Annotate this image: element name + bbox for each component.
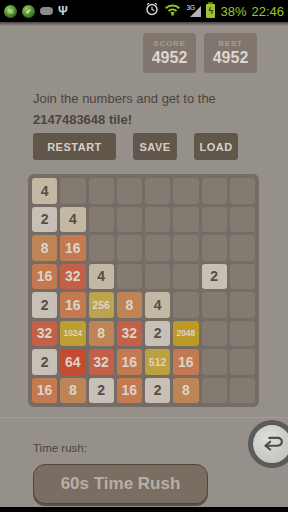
empty-cell bbox=[230, 264, 255, 290]
empty-cell bbox=[230, 178, 255, 204]
empty-cell bbox=[173, 235, 198, 261]
empty-cell bbox=[145, 264, 170, 290]
empty-cell bbox=[89, 235, 114, 261]
mail-notification-icon: ✉ bbox=[4, 5, 17, 18]
intro-goal: 2147483648 tile! bbox=[33, 112, 132, 127]
empty-cell bbox=[173, 207, 198, 233]
tile-16: 16 bbox=[117, 349, 142, 375]
tile-1024: 1024 bbox=[60, 321, 85, 347]
save-button[interactable]: SAVE bbox=[133, 133, 177, 160]
statusbar-shadow bbox=[0, 22, 288, 26]
app-notification-icon: ✔ bbox=[22, 5, 35, 18]
toolbar: RESTART SAVE LOAD bbox=[33, 133, 238, 160]
tile-16: 16 bbox=[60, 235, 85, 261]
tile-512: 512 bbox=[145, 349, 170, 375]
tile-16: 16 bbox=[60, 292, 85, 318]
tile-2: 2 bbox=[32, 349, 57, 375]
tile-4: 4 bbox=[89, 264, 114, 290]
tile-8: 8 bbox=[117, 292, 142, 318]
game-board[interactable]: 4248161632422162568432102483222048264321… bbox=[28, 174, 259, 407]
tile-32: 32 bbox=[32, 321, 57, 347]
tile-64: 64 bbox=[60, 349, 85, 375]
tile-2048: 2048 bbox=[173, 321, 198, 347]
tile-8: 8 bbox=[173, 378, 198, 404]
best-value: 4952 bbox=[213, 49, 249, 67]
empty-cell bbox=[117, 264, 142, 290]
empty-cell bbox=[202, 378, 227, 404]
empty-cell bbox=[145, 235, 170, 261]
empty-cell bbox=[202, 235, 227, 261]
usb-icon: Ψ bbox=[58, 5, 68, 17]
tile-2: 2 bbox=[32, 292, 57, 318]
empty-cell bbox=[117, 207, 142, 233]
time-rush-label: Time rush: bbox=[33, 442, 87, 454]
tile-16: 16 bbox=[32, 378, 57, 404]
tile-8: 8 bbox=[89, 321, 114, 347]
intro-text: Join the numbers and get to the 21474836… bbox=[33, 88, 272, 130]
empty-cell bbox=[202, 292, 227, 318]
alarm-icon bbox=[145, 2, 159, 20]
signal-strength-icon: 3G bbox=[186, 4, 201, 18]
empty-cell bbox=[145, 178, 170, 204]
score-value: 4952 bbox=[152, 49, 188, 67]
divider bbox=[0, 417, 288, 418]
empty-cell bbox=[89, 178, 114, 204]
tile-16: 16 bbox=[117, 378, 142, 404]
empty-cell bbox=[230, 207, 255, 233]
score-box: SCORE 4952 bbox=[143, 33, 196, 73]
tile-16: 16 bbox=[32, 264, 57, 290]
cloud-notification-icon bbox=[40, 7, 53, 15]
load-button[interactable]: LOAD bbox=[194, 133, 238, 160]
scoreboard: SCORE 4952 BEST 4952 bbox=[143, 33, 257, 73]
empty-cell bbox=[202, 321, 227, 347]
tile-256: 256 bbox=[89, 292, 114, 318]
empty-cell bbox=[230, 321, 255, 347]
wifi-icon bbox=[164, 2, 181, 20]
time-rush-button[interactable]: 60s Time Rush bbox=[33, 464, 208, 504]
tile-8: 8 bbox=[60, 378, 85, 404]
tile-2: 2 bbox=[32, 207, 57, 233]
status-bar: ✉ ✔ Ψ 3G ϟ 38% 22:46 bbox=[0, 0, 288, 22]
empty-cell bbox=[173, 292, 198, 318]
tile-32: 32 bbox=[89, 349, 114, 375]
tile-2: 2 bbox=[145, 321, 170, 347]
empty-cell bbox=[202, 349, 227, 375]
return-arrow-icon bbox=[259, 430, 285, 459]
tile-2: 2 bbox=[89, 378, 114, 404]
phone-screen: ✉ ✔ Ψ 3G ϟ 38% 22:46 bbox=[0, 0, 288, 512]
undo-fab-button[interactable] bbox=[248, 420, 288, 468]
empty-cell bbox=[230, 349, 255, 375]
intro-line1: Join the numbers and get to the bbox=[33, 91, 216, 106]
empty-cell bbox=[89, 207, 114, 233]
clock-time: 22:46 bbox=[251, 5, 284, 18]
tile-2: 2 bbox=[202, 264, 227, 290]
empty-cell bbox=[173, 264, 198, 290]
battery-charging-icon: ϟ bbox=[206, 4, 215, 18]
empty-cell bbox=[117, 235, 142, 261]
empty-cell bbox=[145, 207, 170, 233]
screen-edge bbox=[0, 507, 288, 512]
empty-cell bbox=[202, 207, 227, 233]
tile-32: 32 bbox=[117, 321, 142, 347]
tile-2: 2 bbox=[145, 378, 170, 404]
tile-4: 4 bbox=[32, 178, 57, 204]
empty-cell bbox=[230, 235, 255, 261]
tile-16: 16 bbox=[173, 349, 198, 375]
tile-32: 32 bbox=[60, 264, 85, 290]
empty-cell bbox=[60, 178, 85, 204]
tile-4: 4 bbox=[145, 292, 170, 318]
empty-cell bbox=[230, 292, 255, 318]
tile-8: 8 bbox=[32, 235, 57, 261]
empty-cell bbox=[173, 178, 198, 204]
restart-button[interactable]: RESTART bbox=[33, 133, 116, 160]
score-label: SCORE bbox=[153, 39, 185, 48]
battery-percent: 38% bbox=[220, 5, 246, 18]
tile-4: 4 bbox=[60, 207, 85, 233]
empty-cell bbox=[117, 178, 142, 204]
best-box: BEST 4952 bbox=[204, 33, 257, 73]
empty-cell bbox=[202, 178, 227, 204]
empty-cell bbox=[230, 378, 255, 404]
best-label: BEST bbox=[218, 39, 243, 48]
